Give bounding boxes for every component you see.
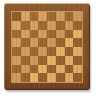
board-square[interactable] <box>30 56 39 65</box>
board-square[interactable] <box>73 73 82 82</box>
board-square[interactable] <box>47 21 56 30</box>
board-square[interactable] <box>30 12 39 21</box>
board-square[interactable] <box>56 73 65 82</box>
board-square[interactable] <box>65 73 74 82</box>
board-square[interactable] <box>21 30 30 39</box>
board-square[interactable] <box>65 38 74 47</box>
board-frame <box>4 3 90 90</box>
board-photo <box>0 0 96 96</box>
board-square[interactable] <box>56 30 65 39</box>
board-square[interactable] <box>38 38 47 47</box>
board-square[interactable] <box>47 73 56 82</box>
board-square[interactable] <box>12 38 21 47</box>
board-square[interactable] <box>47 12 56 21</box>
board-square[interactable] <box>73 12 82 21</box>
board-square[interactable] <box>47 56 56 65</box>
board-square[interactable] <box>56 65 65 74</box>
board-square[interactable] <box>12 12 21 21</box>
board-square[interactable] <box>65 12 74 21</box>
board-square[interactable] <box>73 38 82 47</box>
board-square[interactable] <box>47 65 56 74</box>
board-square[interactable] <box>56 12 65 21</box>
board-square[interactable] <box>12 56 21 65</box>
game-board <box>11 11 83 83</box>
board-square[interactable] <box>65 30 74 39</box>
board-square[interactable] <box>73 30 82 39</box>
board-square[interactable] <box>56 47 65 56</box>
board-square[interactable] <box>30 47 39 56</box>
board-square[interactable] <box>12 65 21 74</box>
board-square[interactable] <box>21 56 30 65</box>
board-square[interactable] <box>38 73 47 82</box>
board-square[interactable] <box>30 65 39 74</box>
board-square[interactable] <box>47 30 56 39</box>
board-square[interactable] <box>38 56 47 65</box>
board-square[interactable] <box>47 38 56 47</box>
board-square[interactable] <box>73 47 82 56</box>
board-square[interactable] <box>38 65 47 74</box>
board-square[interactable] <box>21 65 30 74</box>
board-square[interactable] <box>56 38 65 47</box>
board-square[interactable] <box>21 12 30 21</box>
board-square[interactable] <box>12 21 21 30</box>
board-square[interactable] <box>47 47 56 56</box>
board-square[interactable] <box>73 21 82 30</box>
board-square[interactable] <box>12 47 21 56</box>
board-square[interactable] <box>65 47 74 56</box>
board-square[interactable] <box>21 21 30 30</box>
board-square[interactable] <box>38 21 47 30</box>
board-square[interactable] <box>38 12 47 21</box>
board-square[interactable] <box>65 21 74 30</box>
board-square[interactable] <box>65 65 74 74</box>
board-square[interactable] <box>30 73 39 82</box>
board-square[interactable] <box>56 21 65 30</box>
board-square[interactable] <box>12 30 21 39</box>
board-square[interactable] <box>30 30 39 39</box>
board-square[interactable] <box>38 47 47 56</box>
board-square[interactable] <box>65 56 74 65</box>
board-square[interactable] <box>56 56 65 65</box>
board-square[interactable] <box>38 30 47 39</box>
board-square[interactable] <box>12 73 21 82</box>
board-square[interactable] <box>73 56 82 65</box>
board-square[interactable] <box>21 73 30 82</box>
board-square[interactable] <box>30 38 39 47</box>
board-square[interactable] <box>73 65 82 74</box>
board-square[interactable] <box>21 47 30 56</box>
board-square[interactable] <box>30 21 39 30</box>
board-square[interactable] <box>21 38 30 47</box>
